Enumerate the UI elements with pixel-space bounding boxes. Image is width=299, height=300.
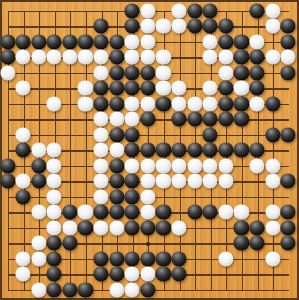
intersection[interactable]	[93, 204, 109, 220]
intersection[interactable]	[187, 204, 203, 220]
intersection[interactable]	[234, 158, 250, 174]
white-stone[interactable]	[93, 220, 108, 235]
black-stone[interactable]	[234, 49, 249, 64]
intersection[interactable]	[93, 282, 109, 298]
white-stone[interactable]	[109, 111, 124, 126]
intersection[interactable]	[15, 80, 31, 96]
black-stone[interactable]	[265, 127, 280, 142]
intersection[interactable]	[234, 127, 250, 143]
white-stone[interactable]	[140, 34, 155, 49]
white-stone[interactable]	[47, 220, 62, 235]
white-stone[interactable]	[140, 266, 155, 281]
intersection[interactable]	[140, 96, 156, 112]
intersection[interactable]	[62, 266, 78, 282]
white-stone[interactable]	[93, 189, 108, 204]
intersection[interactable]	[156, 189, 172, 205]
intersection[interactable]	[249, 251, 265, 267]
white-stone[interactable]	[125, 266, 140, 281]
white-stone[interactable]	[31, 49, 46, 64]
intersection[interactable]	[265, 251, 281, 267]
black-stone[interactable]	[93, 96, 108, 111]
intersection[interactable]	[156, 266, 172, 282]
intersection[interactable]	[280, 49, 296, 65]
black-stone[interactable]	[62, 282, 77, 297]
white-stone[interactable]	[125, 34, 140, 49]
intersection[interactable]	[171, 111, 187, 127]
white-stone[interactable]	[156, 18, 171, 33]
intersection[interactable]	[78, 251, 94, 267]
intersection[interactable]	[109, 127, 125, 143]
intersection[interactable]	[156, 173, 172, 189]
black-stone[interactable]	[31, 173, 46, 188]
intersection[interactable]	[78, 3, 94, 19]
intersection[interactable]	[62, 34, 78, 50]
intersection[interactable]	[0, 49, 15, 65]
black-stone[interactable]	[109, 266, 124, 281]
white-stone[interactable]	[249, 96, 264, 111]
intersection[interactable]	[280, 173, 296, 189]
black-stone[interactable]	[109, 158, 124, 173]
intersection[interactable]	[62, 111, 78, 127]
intersection[interactable]	[249, 173, 265, 189]
black-stone[interactable]	[125, 220, 140, 235]
intersection[interactable]	[140, 266, 156, 282]
intersection[interactable]	[109, 282, 125, 298]
intersection[interactable]	[78, 65, 94, 81]
intersection[interactable]	[265, 96, 281, 112]
intersection[interactable]	[249, 65, 265, 81]
black-stone[interactable]	[0, 158, 15, 173]
intersection[interactable]	[109, 173, 125, 189]
white-stone[interactable]	[218, 173, 233, 188]
black-stone[interactable]	[281, 220, 296, 235]
intersection[interactable]	[109, 204, 125, 220]
intersection[interactable]	[0, 3, 15, 19]
white-stone[interactable]	[109, 142, 124, 157]
intersection[interactable]	[280, 251, 296, 267]
intersection[interactable]	[234, 220, 250, 236]
intersection[interactable]	[234, 282, 250, 298]
intersection[interactable]	[140, 111, 156, 127]
intersection[interactable]	[62, 220, 78, 236]
black-stone[interactable]	[47, 251, 62, 266]
white-stone[interactable]	[140, 49, 155, 64]
intersection[interactable]	[109, 220, 125, 236]
intersection[interactable]	[171, 158, 187, 174]
intersection[interactable]	[0, 127, 15, 143]
black-stone[interactable]	[203, 18, 218, 33]
black-stone[interactable]	[0, 173, 15, 188]
intersection[interactable]	[124, 189, 140, 205]
intersection[interactable]	[124, 204, 140, 220]
intersection[interactable]	[93, 34, 109, 50]
intersection[interactable]	[187, 235, 203, 251]
intersection[interactable]	[171, 3, 187, 19]
intersection[interactable]	[93, 111, 109, 127]
intersection[interactable]	[218, 266, 234, 282]
intersection[interactable]	[31, 80, 47, 96]
black-stone[interactable]	[187, 111, 202, 126]
intersection[interactable]	[234, 111, 250, 127]
intersection[interactable]	[171, 142, 187, 158]
intersection[interactable]	[202, 111, 218, 127]
intersection[interactable]	[93, 49, 109, 65]
intersection[interactable]	[202, 158, 218, 174]
intersection[interactable]	[187, 3, 203, 19]
intersection[interactable]	[46, 80, 62, 96]
black-stone[interactable]	[140, 80, 155, 95]
intersection[interactable]	[124, 80, 140, 96]
black-stone[interactable]	[218, 34, 233, 49]
intersection[interactable]	[46, 142, 62, 158]
black-stone[interactable]	[0, 34, 15, 49]
intersection[interactable]	[218, 282, 234, 298]
white-stone[interactable]	[265, 173, 280, 188]
intersection[interactable]	[93, 127, 109, 143]
white-stone[interactable]	[140, 96, 155, 111]
intersection[interactable]	[187, 220, 203, 236]
black-stone[interactable]	[203, 3, 218, 18]
white-stone[interactable]	[156, 173, 171, 188]
black-stone[interactable]	[93, 251, 108, 266]
intersection[interactable]	[15, 235, 31, 251]
white-stone[interactable]	[203, 80, 218, 95]
intersection[interactable]	[15, 96, 31, 112]
intersection[interactable]	[124, 96, 140, 112]
white-stone[interactable]	[93, 127, 108, 142]
intersection[interactable]	[15, 127, 31, 143]
black-stone[interactable]	[47, 282, 62, 297]
black-stone[interactable]	[109, 127, 124, 142]
intersection[interactable]	[265, 18, 281, 34]
intersection[interactable]	[218, 220, 234, 236]
intersection[interactable]	[249, 282, 265, 298]
intersection[interactable]	[31, 220, 47, 236]
white-stone[interactable]	[93, 142, 108, 157]
white-stone[interactable]	[281, 49, 296, 64]
intersection[interactable]	[46, 220, 62, 236]
black-stone[interactable]	[31, 158, 46, 173]
intersection[interactable]	[62, 173, 78, 189]
intersection[interactable]	[124, 49, 140, 65]
white-stone[interactable]	[218, 158, 233, 173]
white-stone[interactable]	[265, 18, 280, 33]
black-stone[interactable]	[156, 96, 171, 111]
intersection[interactable]	[109, 34, 125, 50]
intersection[interactable]	[124, 282, 140, 298]
intersection[interactable]	[265, 204, 281, 220]
intersection[interactable]	[156, 18, 172, 34]
white-stone[interactable]	[16, 49, 31, 64]
white-stone[interactable]	[140, 173, 155, 188]
intersection[interactable]	[140, 18, 156, 34]
intersection[interactable]	[62, 189, 78, 205]
intersection[interactable]	[202, 80, 218, 96]
intersection[interactable]	[202, 34, 218, 50]
intersection[interactable]	[171, 65, 187, 81]
intersection[interactable]	[78, 235, 94, 251]
intersection[interactable]	[202, 235, 218, 251]
black-stone[interactable]	[249, 3, 264, 18]
black-stone[interactable]	[109, 80, 124, 95]
intersection[interactable]	[46, 189, 62, 205]
white-stone[interactable]	[218, 65, 233, 80]
white-stone[interactable]	[218, 251, 233, 266]
black-stone[interactable]	[16, 34, 31, 49]
intersection[interactable]	[218, 235, 234, 251]
intersection[interactable]	[140, 34, 156, 50]
intersection[interactable]	[109, 3, 125, 19]
intersection[interactable]	[124, 142, 140, 158]
intersection[interactable]	[124, 3, 140, 19]
white-stone[interactable]	[234, 80, 249, 95]
intersection[interactable]	[171, 235, 187, 251]
intersection[interactable]	[265, 266, 281, 282]
white-stone[interactable]	[125, 96, 140, 111]
intersection[interactable]	[140, 158, 156, 174]
intersection[interactable]	[93, 18, 109, 34]
intersection[interactable]	[15, 204, 31, 220]
black-stone[interactable]	[249, 142, 264, 157]
intersection[interactable]	[265, 80, 281, 96]
intersection[interactable]	[15, 49, 31, 65]
white-stone[interactable]	[78, 49, 93, 64]
intersection[interactable]	[15, 220, 31, 236]
intersection[interactable]	[109, 189, 125, 205]
intersection[interactable]	[280, 18, 296, 34]
black-stone[interactable]	[234, 220, 249, 235]
intersection[interactable]	[234, 34, 250, 50]
white-stone[interactable]	[171, 158, 186, 173]
white-stone[interactable]	[93, 158, 108, 173]
intersection[interactable]	[202, 173, 218, 189]
intersection[interactable]	[124, 34, 140, 50]
white-stone[interactable]	[109, 220, 124, 235]
black-stone[interactable]	[93, 80, 108, 95]
intersection[interactable]	[78, 49, 94, 65]
intersection[interactable]	[140, 49, 156, 65]
black-stone[interactable]	[234, 142, 249, 157]
intersection[interactable]	[46, 127, 62, 143]
intersection[interactable]	[46, 266, 62, 282]
intersection[interactable]	[31, 111, 47, 127]
intersection[interactable]	[202, 96, 218, 112]
intersection[interactable]	[202, 18, 218, 34]
intersection[interactable]	[46, 204, 62, 220]
intersection[interactable]	[31, 158, 47, 174]
black-stone[interactable]	[140, 142, 155, 157]
intersection[interactable]	[187, 65, 203, 81]
intersection[interactable]	[249, 220, 265, 236]
white-stone[interactable]	[78, 80, 93, 95]
intersection[interactable]	[93, 173, 109, 189]
intersection[interactable]	[265, 235, 281, 251]
intersection[interactable]	[249, 189, 265, 205]
intersection[interactable]	[280, 220, 296, 236]
intersection[interactable]	[93, 220, 109, 236]
intersection[interactable]	[109, 96, 125, 112]
black-stone[interactable]	[140, 220, 155, 235]
intersection[interactable]	[202, 127, 218, 143]
intersection[interactable]	[140, 204, 156, 220]
intersection[interactable]	[46, 282, 62, 298]
white-stone[interactable]	[265, 251, 280, 266]
intersection[interactable]	[0, 142, 15, 158]
black-stone[interactable]	[171, 251, 186, 266]
intersection[interactable]	[15, 3, 31, 19]
black-stone[interactable]	[281, 173, 296, 188]
intersection[interactable]	[140, 282, 156, 298]
intersection[interactable]	[31, 65, 47, 81]
intersection[interactable]	[93, 158, 109, 174]
white-stone[interactable]	[16, 251, 31, 266]
intersection[interactable]	[109, 80, 125, 96]
intersection[interactable]	[31, 142, 47, 158]
intersection[interactable]	[15, 189, 31, 205]
intersection[interactable]	[280, 158, 296, 174]
intersection[interactable]	[249, 49, 265, 65]
intersection[interactable]	[249, 34, 265, 50]
intersection[interactable]	[218, 34, 234, 50]
intersection[interactable]	[156, 34, 172, 50]
white-stone[interactable]	[156, 158, 171, 173]
black-stone[interactable]	[109, 96, 124, 111]
intersection[interactable]	[93, 3, 109, 19]
white-stone[interactable]	[93, 49, 108, 64]
black-stone[interactable]	[109, 65, 124, 80]
black-stone[interactable]	[93, 204, 108, 219]
black-stone[interactable]	[140, 282, 155, 297]
intersection[interactable]	[93, 251, 109, 267]
intersection[interactable]	[187, 111, 203, 127]
intersection[interactable]	[187, 266, 203, 282]
intersection[interactable]	[187, 18, 203, 34]
black-stone[interactable]	[171, 266, 186, 281]
intersection[interactable]	[46, 49, 62, 65]
intersection[interactable]	[15, 251, 31, 267]
black-stone[interactable]	[109, 251, 124, 266]
intersection[interactable]	[31, 96, 47, 112]
intersection[interactable]	[31, 251, 47, 267]
white-stone[interactable]	[62, 49, 77, 64]
black-stone[interactable]	[249, 65, 264, 80]
intersection[interactable]	[140, 251, 156, 267]
white-stone[interactable]	[171, 80, 186, 95]
intersection[interactable]	[280, 235, 296, 251]
intersection[interactable]	[62, 158, 78, 174]
white-stone[interactable]	[16, 173, 31, 188]
intersection[interactable]	[0, 34, 15, 50]
intersection[interactable]	[140, 189, 156, 205]
intersection[interactable]	[218, 142, 234, 158]
intersection[interactable]	[78, 18, 94, 34]
intersection[interactable]	[249, 111, 265, 127]
intersection[interactable]	[280, 80, 296, 96]
black-stone[interactable]	[62, 235, 77, 250]
intersection[interactable]	[62, 282, 78, 298]
intersection[interactable]	[15, 266, 31, 282]
white-stone[interactable]	[62, 220, 77, 235]
black-stone[interactable]	[218, 18, 233, 33]
intersection[interactable]	[218, 49, 234, 65]
intersection[interactable]	[265, 111, 281, 127]
white-stone[interactable]	[78, 96, 93, 111]
black-stone[interactable]	[109, 34, 124, 49]
intersection[interactable]	[140, 65, 156, 81]
white-stone[interactable]	[78, 204, 93, 219]
black-stone[interactable]	[109, 204, 124, 219]
white-stone[interactable]	[171, 18, 186, 33]
black-stone[interactable]	[281, 18, 296, 33]
intersection[interactable]	[218, 173, 234, 189]
intersection[interactable]	[202, 204, 218, 220]
black-stone[interactable]	[125, 80, 140, 95]
black-stone[interactable]	[249, 220, 264, 235]
intersection[interactable]	[15, 158, 31, 174]
white-stone[interactable]	[47, 189, 62, 204]
intersection[interactable]	[0, 235, 15, 251]
intersection[interactable]	[187, 80, 203, 96]
intersection[interactable]	[187, 251, 203, 267]
white-stone[interactable]	[16, 80, 31, 95]
white-stone[interactable]	[47, 173, 62, 188]
intersection[interactable]	[140, 173, 156, 189]
black-stone[interactable]	[218, 80, 233, 95]
intersection[interactable]	[187, 34, 203, 50]
intersection[interactable]	[78, 266, 94, 282]
intersection[interactable]	[234, 49, 250, 65]
black-stone[interactable]	[203, 111, 218, 126]
intersection[interactable]	[78, 127, 94, 143]
intersection[interactable]	[31, 18, 47, 34]
intersection[interactable]	[171, 96, 187, 112]
intersection[interactable]	[78, 34, 94, 50]
intersection[interactable]	[171, 220, 187, 236]
intersection[interactable]	[0, 111, 15, 127]
black-stone[interactable]	[62, 204, 77, 219]
intersection[interactable]	[187, 127, 203, 143]
intersection[interactable]	[234, 173, 250, 189]
black-stone[interactable]	[0, 49, 15, 64]
black-stone[interactable]	[62, 34, 77, 49]
intersection[interactable]	[218, 251, 234, 267]
intersection[interactable]	[140, 220, 156, 236]
intersection[interactable]	[171, 80, 187, 96]
black-stone[interactable]	[281, 235, 296, 250]
intersection[interactable]	[249, 96, 265, 112]
white-stone[interactable]	[125, 158, 140, 173]
intersection[interactable]	[234, 80, 250, 96]
black-stone[interactable]	[31, 34, 46, 49]
go-board[interactable]	[0, 0, 299, 300]
white-stone[interactable]	[47, 96, 62, 111]
intersection[interactable]	[234, 3, 250, 19]
intersection[interactable]	[124, 127, 140, 143]
intersection[interactable]	[156, 80, 172, 96]
white-stone[interactable]	[234, 204, 249, 219]
intersection[interactable]	[31, 282, 47, 298]
intersection[interactable]	[31, 34, 47, 50]
white-stone[interactable]	[249, 34, 264, 49]
intersection[interactable]	[202, 266, 218, 282]
intersection[interactable]	[140, 80, 156, 96]
black-stone[interactable]	[234, 65, 249, 80]
intersection[interactable]	[202, 65, 218, 81]
intersection[interactable]	[171, 189, 187, 205]
white-stone[interactable]	[31, 142, 46, 157]
intersection[interactable]	[265, 34, 281, 50]
black-stone[interactable]	[109, 173, 124, 188]
